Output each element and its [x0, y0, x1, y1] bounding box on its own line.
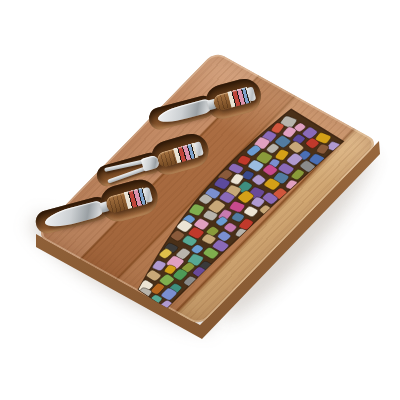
- photo-canvas: [0, 0, 400, 400]
